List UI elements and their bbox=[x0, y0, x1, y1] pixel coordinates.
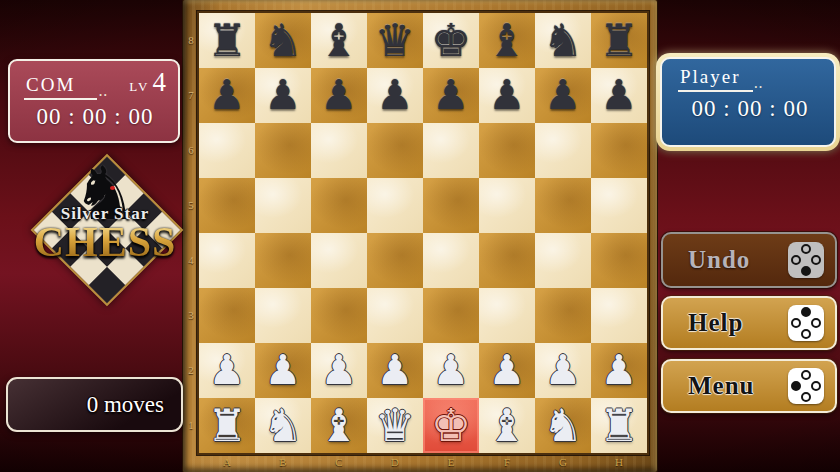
rank-label-1: 1 bbox=[183, 398, 199, 453]
opponent-name-dots: ‥ bbox=[98, 83, 106, 100]
game-logo: ♞ Silver Star CHESS bbox=[22, 160, 188, 300]
square-c3[interactable] bbox=[311, 288, 367, 343]
player-name: Player bbox=[678, 66, 753, 92]
player-panel-inner: Player‥ 00 : 00 : 00 bbox=[660, 57, 836, 147]
piece-black-pawn: ♟ bbox=[321, 68, 358, 123]
square-g5[interactable] bbox=[535, 178, 591, 233]
square-e4[interactable] bbox=[423, 233, 479, 288]
square-e6[interactable] bbox=[423, 123, 479, 178]
piece-white-queen: ♛ bbox=[375, 398, 415, 453]
piece-white-bishop: ♝ bbox=[319, 398, 359, 453]
board-grid: ♜♞♝♛♚♝♞♜♟♟♟♟♟♟♟♟♟♟♟♟♟♟♟♟♜♞♝♛♚♝♞♜ bbox=[199, 13, 647, 453]
logo-title-line2: CHESS bbox=[16, 218, 194, 266]
square-c8[interactable]: ♝ bbox=[311, 13, 367, 68]
level-value: 4 bbox=[153, 69, 167, 96]
piece-white-pawn: ♟ bbox=[321, 343, 358, 398]
square-a4[interactable] bbox=[199, 233, 255, 288]
gamepad-cross-button-icon bbox=[788, 242, 824, 278]
square-d6[interactable] bbox=[367, 123, 423, 178]
square-b8[interactable]: ♞ bbox=[255, 13, 311, 68]
menu-button-label: Menu bbox=[688, 372, 755, 400]
square-f8[interactable]: ♝ bbox=[479, 13, 535, 68]
piece-white-bishop: ♝ bbox=[487, 398, 527, 453]
knight-eye-dot bbox=[110, 186, 115, 190]
piece-white-pawn: ♟ bbox=[601, 343, 638, 398]
piece-white-pawn: ♟ bbox=[377, 343, 414, 398]
square-g4[interactable] bbox=[535, 233, 591, 288]
piece-white-pawn: ♟ bbox=[489, 343, 526, 398]
square-d7[interactable]: ♟ bbox=[367, 68, 423, 123]
square-b2[interactable]: ♟ bbox=[255, 343, 311, 398]
square-b6[interactable] bbox=[255, 123, 311, 178]
file-label-h: H bbox=[591, 453, 647, 472]
game-screen: 87654321 ♜♞♝♛♚♝♞♜♟♟♟♟♟♟♟♟♟♟♟♟♟♟♟♟♜♞♝♛♚♝♞… bbox=[0, 0, 840, 472]
square-d1[interactable]: ♛ bbox=[367, 398, 423, 453]
piece-black-pawn: ♟ bbox=[601, 68, 638, 123]
square-a7[interactable]: ♟ bbox=[199, 68, 255, 123]
help-button-label: Help bbox=[688, 309, 743, 337]
square-g8[interactable]: ♞ bbox=[535, 13, 591, 68]
piece-black-pawn: ♟ bbox=[209, 68, 246, 123]
opponent-name: COM bbox=[24, 74, 97, 100]
square-a6[interactable] bbox=[199, 123, 255, 178]
piece-black-queen: ♛ bbox=[375, 13, 415, 68]
square-c4[interactable] bbox=[311, 233, 367, 288]
piece-black-pawn: ♟ bbox=[265, 68, 302, 123]
square-e7[interactable]: ♟ bbox=[423, 68, 479, 123]
player-name-dots: ‥ bbox=[754, 75, 762, 92]
square-a2[interactable]: ♟ bbox=[199, 343, 255, 398]
square-f3[interactable] bbox=[479, 288, 535, 343]
opponent-clock: 00 : 00 : 00 bbox=[24, 104, 166, 130]
square-b4[interactable] bbox=[255, 233, 311, 288]
square-c5[interactable] bbox=[311, 178, 367, 233]
piece-white-pawn: ♟ bbox=[265, 343, 302, 398]
file-label-e: E bbox=[423, 453, 479, 472]
piece-white-pawn: ♟ bbox=[209, 343, 246, 398]
player-clock: 00 : 00 : 00 bbox=[678, 96, 822, 122]
square-g6[interactable] bbox=[535, 123, 591, 178]
menu-button[interactable]: Menu bbox=[661, 359, 837, 413]
square-c2[interactable]: ♟ bbox=[311, 343, 367, 398]
square-h3[interactable] bbox=[591, 288, 647, 343]
square-b7[interactable]: ♟ bbox=[255, 68, 311, 123]
piece-white-rook: ♜ bbox=[599, 398, 639, 453]
piece-black-knight: ♞ bbox=[543, 13, 583, 68]
square-f1[interactable]: ♝ bbox=[479, 398, 535, 453]
square-f6[interactable] bbox=[479, 123, 535, 178]
piece-white-knight: ♞ bbox=[263, 398, 303, 453]
square-b5[interactable] bbox=[255, 178, 311, 233]
square-h5[interactable] bbox=[591, 178, 647, 233]
square-h6[interactable] bbox=[591, 123, 647, 178]
piece-black-pawn: ♟ bbox=[545, 68, 582, 123]
chess-board: 87654321 ♜♞♝♛♚♝♞♜♟♟♟♟♟♟♟♟♟♟♟♟♟♟♟♟♜♞♝♛♚♝♞… bbox=[183, 0, 657, 472]
square-e5[interactable] bbox=[423, 178, 479, 233]
file-label-a: A bbox=[199, 453, 255, 472]
square-f2[interactable]: ♟ bbox=[479, 343, 535, 398]
square-b3[interactable] bbox=[255, 288, 311, 343]
square-c1[interactable]: ♝ bbox=[311, 398, 367, 453]
rank-label-7: 7 bbox=[183, 68, 199, 123]
piece-black-bishop: ♝ bbox=[319, 13, 359, 68]
square-d4[interactable] bbox=[367, 233, 423, 288]
square-h7[interactable]: ♟ bbox=[591, 68, 647, 123]
piece-white-rook: ♜ bbox=[207, 398, 247, 453]
file-label-g: G bbox=[535, 453, 591, 472]
piece-black-pawn: ♟ bbox=[489, 68, 526, 123]
square-f4[interactable] bbox=[479, 233, 535, 288]
square-d2[interactable]: ♟ bbox=[367, 343, 423, 398]
square-e8[interactable]: ♚ bbox=[423, 13, 479, 68]
player-panel: Player‥ 00 : 00 : 00 bbox=[656, 53, 840, 151]
file-label-c: C bbox=[311, 453, 367, 472]
piece-black-pawn: ♟ bbox=[433, 68, 470, 123]
square-c6[interactable] bbox=[311, 123, 367, 178]
square-b1[interactable]: ♞ bbox=[255, 398, 311, 453]
piece-white-pawn: ♟ bbox=[433, 343, 470, 398]
square-d5[interactable] bbox=[367, 178, 423, 233]
square-h4[interactable] bbox=[591, 233, 647, 288]
square-e3[interactable] bbox=[423, 288, 479, 343]
move-counter: 0 moves bbox=[6, 377, 183, 432]
gamepad-square-button-icon bbox=[788, 368, 824, 404]
file-label-b: B bbox=[255, 453, 311, 472]
undo-button-label: Undo bbox=[688, 246, 750, 274]
file-label-f: F bbox=[479, 453, 535, 472]
square-g2[interactable]: ♟ bbox=[535, 343, 591, 398]
undo-button: Undo bbox=[661, 232, 837, 288]
help-button[interactable]: Help bbox=[661, 296, 837, 350]
square-g1[interactable]: ♞ bbox=[535, 398, 591, 453]
square-e1[interactable]: ♚ bbox=[423, 398, 479, 453]
square-a5[interactable] bbox=[199, 178, 255, 233]
square-e2[interactable]: ♟ bbox=[423, 343, 479, 398]
piece-black-pawn: ♟ bbox=[377, 68, 414, 123]
file-labels: ABCDEFGH bbox=[199, 453, 647, 472]
piece-black-rook: ♜ bbox=[599, 13, 639, 68]
square-a8[interactable]: ♜ bbox=[199, 13, 255, 68]
rank-label-2: 2 bbox=[183, 343, 199, 398]
square-g3[interactable] bbox=[535, 288, 591, 343]
square-g7[interactable]: ♟ bbox=[535, 68, 591, 123]
piece-black-knight: ♞ bbox=[263, 13, 303, 68]
square-f7[interactable]: ♟ bbox=[479, 68, 535, 123]
piece-black-king: ♚ bbox=[431, 13, 471, 68]
opponent-panel: COM‥ LV 4 00 : 00 : 00 bbox=[8, 59, 180, 143]
piece-white-knight: ♞ bbox=[543, 398, 583, 453]
square-h1[interactable]: ♜ bbox=[591, 398, 647, 453]
piece-black-bishop: ♝ bbox=[487, 13, 527, 68]
gamepad-triangle-button-icon bbox=[788, 305, 824, 341]
square-c7[interactable]: ♟ bbox=[311, 68, 367, 123]
piece-white-pawn: ♟ bbox=[545, 343, 582, 398]
square-d8[interactable]: ♛ bbox=[367, 13, 423, 68]
square-a1[interactable]: ♜ bbox=[199, 398, 255, 453]
piece-black-rook: ♜ bbox=[207, 13, 247, 68]
square-h2[interactable]: ♟ bbox=[591, 343, 647, 398]
level-label: LV bbox=[129, 79, 149, 95]
square-a3[interactable] bbox=[199, 288, 255, 343]
file-label-d: D bbox=[367, 453, 423, 472]
rank-label-8: 8 bbox=[183, 13, 199, 68]
square-f5[interactable] bbox=[479, 178, 535, 233]
square-d3[interactable] bbox=[367, 288, 423, 343]
square-h8[interactable]: ♜ bbox=[591, 13, 647, 68]
piece-white-king: ♚ bbox=[431, 398, 471, 453]
